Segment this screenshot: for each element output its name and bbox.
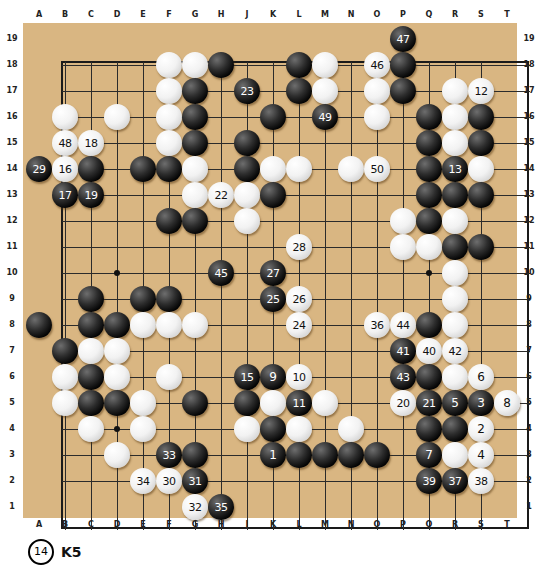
coord-label: 3	[4, 450, 20, 460]
stone-number: 32	[189, 502, 202, 513]
stone-M16[interactable]: 49	[312, 104, 338, 130]
stone-R5[interactable]: 5	[442, 390, 468, 416]
stone-M17[interactable]	[312, 78, 338, 104]
coord-label: S	[468, 520, 494, 530]
stone-B16[interactable]	[52, 104, 78, 130]
stone-S6[interactable]: 6	[468, 364, 494, 390]
stone-A14[interactable]: 29	[26, 156, 52, 182]
stone-O3[interactable]	[364, 442, 390, 468]
coord-label: F	[156, 520, 182, 530]
stone-C5[interactable]	[78, 390, 104, 416]
coord-label: E	[130, 10, 156, 20]
stone-number: 8	[503, 397, 511, 409]
stone-O16[interactable]	[364, 104, 390, 130]
stone-R15[interactable]	[442, 130, 468, 156]
stone-number: 31	[189, 476, 202, 487]
stone-J17[interactable]: 23	[234, 78, 260, 104]
stone-Q6[interactable]	[416, 364, 442, 390]
stone-number: 26	[293, 294, 306, 305]
coord-label: Q	[416, 520, 442, 530]
stone-number: 47	[397, 34, 410, 45]
coord-label: M	[312, 10, 338, 20]
stone-P8[interactable]: 44	[390, 312, 416, 338]
stone-K3[interactable]: 1	[260, 442, 286, 468]
stone-L17[interactable]	[286, 78, 312, 104]
stone-R6[interactable]	[442, 364, 468, 390]
coord-label: 17	[521, 86, 537, 96]
stone-P5[interactable]: 20	[390, 390, 416, 416]
coord-label: G	[182, 10, 208, 20]
stone-number: 4	[477, 449, 485, 461]
stone-number: 42	[449, 346, 462, 357]
stone-S5[interactable]: 3	[468, 390, 494, 416]
stone-B5[interactable]	[52, 390, 78, 416]
stone-S4[interactable]: 2	[468, 416, 494, 442]
stone-R14[interactable]: 13	[442, 156, 468, 182]
stone-J6[interactable]: 15	[234, 364, 260, 390]
stone-B6[interactable]	[52, 364, 78, 390]
stone-number: 9	[269, 371, 277, 383]
stone-number: 21	[423, 398, 436, 409]
stone-F2[interactable]: 30	[156, 468, 182, 494]
stone-F15[interactable]	[156, 130, 182, 156]
stone-E14[interactable]	[130, 156, 156, 182]
stone-O17[interactable]	[364, 78, 390, 104]
stone-Q12[interactable]	[416, 208, 442, 234]
stone-R10[interactable]	[442, 260, 468, 286]
stone-S2[interactable]: 38	[468, 468, 494, 494]
stone-L18[interactable]	[286, 52, 312, 78]
stone-E4[interactable]	[130, 416, 156, 442]
coord-label: 6	[4, 372, 20, 382]
coord-label: 3	[521, 450, 537, 460]
coord-label: T	[494, 10, 520, 20]
coord-label: C	[78, 520, 104, 530]
stone-L5[interactable]: 11	[286, 390, 312, 416]
stone-R2[interactable]: 37	[442, 468, 468, 494]
stone-number: 7	[425, 449, 433, 461]
stone-F16[interactable]	[156, 104, 182, 130]
stone-S15[interactable]	[468, 130, 494, 156]
coord-label: 13	[4, 190, 20, 200]
stone-K6[interactable]: 9	[260, 364, 286, 390]
stone-O14[interactable]: 50	[364, 156, 390, 182]
coord-label: R	[442, 520, 468, 530]
stone-C6[interactable]	[78, 364, 104, 390]
coord-label: 4	[4, 424, 20, 434]
coord-label: 1	[521, 502, 537, 512]
stone-B15[interactable]: 48	[52, 130, 78, 156]
stone-number: 10	[293, 372, 306, 383]
stone-B7[interactable]	[52, 338, 78, 364]
stone-number: 15	[241, 372, 254, 383]
stone-J4[interactable]	[234, 416, 260, 442]
stone-N3[interactable]	[338, 442, 364, 468]
stone-number: 43	[397, 372, 410, 383]
stone-G16[interactable]	[182, 104, 208, 130]
stone-K14[interactable]	[260, 156, 286, 182]
stone-R4[interactable]	[442, 416, 468, 442]
stone-O8[interactable]: 36	[364, 312, 390, 338]
stone-K10[interactable]: 27	[260, 260, 286, 286]
coord-label: 19	[4, 34, 20, 44]
stone-J13[interactable]	[234, 182, 260, 208]
stone-D6[interactable]	[104, 364, 130, 390]
coord-label: 8	[521, 320, 537, 330]
coord-label: C	[78, 10, 104, 20]
stone-number: 29	[33, 164, 46, 175]
coord-label: 12	[521, 216, 537, 226]
coord-label: R	[442, 10, 468, 20]
coord-label: J	[234, 10, 260, 20]
stone-C15[interactable]: 18	[78, 130, 104, 156]
coord-label: H	[208, 520, 234, 530]
stone-P6[interactable]: 43	[390, 364, 416, 390]
stone-Q3[interactable]: 7	[416, 442, 442, 468]
stone-L11[interactable]: 28	[286, 234, 312, 260]
stone-E5[interactable]	[130, 390, 156, 416]
stone-C9[interactable]	[78, 286, 104, 312]
coord-label: 10	[521, 268, 537, 278]
stone-P19[interactable]: 47	[390, 26, 416, 52]
stone-number: 39	[423, 476, 436, 487]
coord-label: 7	[521, 346, 537, 356]
stone-number: 2	[477, 423, 485, 435]
stone-C14[interactable]	[78, 156, 104, 182]
coord-label: 17	[4, 86, 20, 96]
stone-S17[interactable]: 12	[468, 78, 494, 104]
stone-R13[interactable]	[442, 182, 468, 208]
stone-G17[interactable]	[182, 78, 208, 104]
stone-P12[interactable]	[390, 208, 416, 234]
coord-label: 7	[4, 346, 20, 356]
stone-C13[interactable]: 19	[78, 182, 104, 208]
stone-N4[interactable]	[338, 416, 364, 442]
coord-label: 9	[521, 294, 537, 304]
stone-M18[interactable]	[312, 52, 338, 78]
stone-G12[interactable]	[182, 208, 208, 234]
stone-Q11[interactable]	[416, 234, 442, 260]
stone-number: 33	[163, 450, 176, 461]
stone-Q7[interactable]: 40	[416, 338, 442, 364]
stone-number: 45	[215, 268, 228, 279]
stone-H1[interactable]: 35	[208, 494, 234, 520]
stone-L6[interactable]: 10	[286, 364, 312, 390]
stone-P7[interactable]: 41	[390, 338, 416, 364]
stone-J14[interactable]	[234, 156, 260, 182]
stone-F18[interactable]	[156, 52, 182, 78]
coord-label: 16	[4, 112, 20, 122]
stone-number: 25	[267, 294, 280, 305]
coord-label: 13	[521, 190, 537, 200]
stone-L3[interactable]	[286, 442, 312, 468]
coord-label: L	[286, 10, 312, 20]
stone-number: 18	[85, 138, 98, 149]
stone-number: 49	[319, 112, 332, 123]
stone-number: 11	[293, 398, 306, 409]
coord-label: 10	[4, 268, 20, 278]
stone-C4[interactable]	[78, 416, 104, 442]
stone-H10[interactable]: 45	[208, 260, 234, 286]
stone-R9[interactable]	[442, 286, 468, 312]
coord-label: N	[338, 520, 364, 530]
coord-label: E	[130, 520, 156, 530]
stone-R3[interactable]	[442, 442, 468, 468]
stone-D5[interactable]	[104, 390, 130, 416]
stone-number: 38	[475, 476, 488, 487]
stone-K13[interactable]	[260, 182, 286, 208]
stone-G18[interactable]	[182, 52, 208, 78]
stone-number: 30	[163, 476, 176, 487]
coord-label: 18	[521, 60, 537, 70]
stone-D16[interactable]	[104, 104, 130, 130]
coord-label: K	[260, 10, 286, 20]
stone-G3[interactable]	[182, 442, 208, 468]
coord-label: 11	[4, 242, 20, 252]
coord-label: K	[260, 520, 286, 530]
coord-label: 2	[521, 476, 537, 486]
stone-K16[interactable]	[260, 104, 286, 130]
coord-label: G	[182, 520, 208, 530]
stone-A8[interactable]	[26, 312, 52, 338]
stone-E8[interactable]	[130, 312, 156, 338]
stone-S3[interactable]: 4	[468, 442, 494, 468]
stone-Q16[interactable]	[416, 104, 442, 130]
stone-G14[interactable]	[182, 156, 208, 182]
stone-number: 41	[397, 346, 410, 357]
stone-F3[interactable]: 33	[156, 442, 182, 468]
stone-S16[interactable]	[468, 104, 494, 130]
stone-O18[interactable]: 46	[364, 52, 390, 78]
coord-label: 8	[4, 320, 20, 330]
stone-L14[interactable]	[286, 156, 312, 182]
coord-label: 9	[4, 294, 20, 304]
stone-number: 40	[423, 346, 436, 357]
stone-S14[interactable]	[468, 156, 494, 182]
stone-E9[interactable]	[130, 286, 156, 312]
stone-D7[interactable]	[104, 338, 130, 364]
stone-Q5[interactable]: 21	[416, 390, 442, 416]
stone-G1[interactable]: 32	[182, 494, 208, 520]
stone-F14[interactable]	[156, 156, 182, 182]
stone-number: 23	[241, 86, 254, 97]
coord-label: A	[26, 520, 52, 530]
stone-number: 13	[449, 164, 462, 175]
caption-point-label: K5	[61, 544, 82, 560]
stone-number: 36	[371, 320, 384, 331]
stone-Q14[interactable]	[416, 156, 442, 182]
caption-move-circle: 14	[28, 539, 54, 565]
stone-P11[interactable]	[390, 234, 416, 260]
stone-number: 6	[477, 371, 485, 383]
stone-Q4[interactable]	[416, 416, 442, 442]
stone-G15[interactable]	[182, 130, 208, 156]
stone-T5[interactable]: 8	[494, 390, 520, 416]
stone-R11[interactable]	[442, 234, 468, 260]
stone-number: 17	[59, 190, 72, 201]
coord-label: P	[390, 520, 416, 530]
coord-label: B	[52, 10, 78, 20]
coord-label: 19	[521, 34, 537, 44]
stone-K4[interactable]	[260, 416, 286, 442]
coord-label: 16	[521, 112, 537, 122]
stone-number: 12	[475, 86, 488, 97]
stone-J5[interactable]	[234, 390, 260, 416]
stone-number: 35	[215, 502, 228, 513]
stone-L8[interactable]: 24	[286, 312, 312, 338]
stone-K9[interactable]: 25	[260, 286, 286, 312]
coord-label: 12	[4, 216, 20, 226]
stone-G13[interactable]	[182, 182, 208, 208]
stone-number: 22	[215, 190, 228, 201]
stone-number: 28	[293, 242, 306, 253]
stone-S13[interactable]	[468, 182, 494, 208]
coord-label: H	[208, 10, 234, 20]
stone-F9[interactable]	[156, 286, 182, 312]
coord-label: 18	[4, 60, 20, 70]
coord-label: N	[338, 10, 364, 20]
stone-D8[interactable]	[104, 312, 130, 338]
stone-R12[interactable]	[442, 208, 468, 234]
coord-label: 14	[4, 164, 20, 174]
coord-label: S	[468, 10, 494, 20]
coord-label: 14	[521, 164, 537, 174]
coord-label: A	[26, 10, 52, 20]
stone-P18[interactable]	[390, 52, 416, 78]
stone-number: 5	[451, 397, 459, 409]
coord-label: 11	[521, 242, 537, 252]
stone-G2[interactable]: 31	[182, 468, 208, 494]
go-diagram: 4746231249481829165013171922284527252624…	[0, 0, 540, 578]
stone-Q15[interactable]	[416, 130, 442, 156]
coord-label: 4	[521, 424, 537, 434]
stone-F6[interactable]	[156, 364, 182, 390]
coord-label: Q	[416, 10, 442, 20]
coord-label: 15	[521, 138, 537, 148]
stone-number: 27	[267, 268, 280, 279]
stone-number: 16	[59, 164, 72, 175]
coord-label: J	[234, 520, 260, 530]
coord-label: O	[364, 520, 390, 530]
stone-number: 24	[293, 320, 306, 331]
stone-number: 1	[269, 449, 277, 461]
coord-label: 15	[4, 138, 20, 148]
stone-F8[interactable]	[156, 312, 182, 338]
stone-M3[interactable]	[312, 442, 338, 468]
stone-J15[interactable]	[234, 130, 260, 156]
coord-label: 1	[4, 502, 20, 512]
stone-number: 19	[85, 190, 98, 201]
coord-label: D	[104, 10, 130, 20]
stone-R17[interactable]	[442, 78, 468, 104]
stone-B13[interactable]: 17	[52, 182, 78, 208]
stone-M5[interactable]	[312, 390, 338, 416]
coord-label: B	[52, 520, 78, 530]
stone-G8[interactable]	[182, 312, 208, 338]
stone-number: 20	[397, 398, 410, 409]
coord-label: 5	[4, 398, 20, 408]
caption: 14 K5	[28, 539, 82, 564]
stone-F17[interactable]	[156, 78, 182, 104]
stone-C8[interactable]	[78, 312, 104, 338]
coord-label: 6	[521, 372, 537, 382]
stone-number: 48	[59, 138, 72, 149]
stone-R16[interactable]	[442, 104, 468, 130]
stone-D3[interactable]	[104, 442, 130, 468]
stone-H13[interactable]: 22	[208, 182, 234, 208]
coord-label: P	[390, 10, 416, 20]
stone-F12[interactable]	[156, 208, 182, 234]
stone-H18[interactable]	[208, 52, 234, 78]
coord-label: M	[312, 520, 338, 530]
coord-label: 5	[521, 398, 537, 408]
stone-Q8[interactable]	[416, 312, 442, 338]
stone-N14[interactable]	[338, 156, 364, 182]
stone-B14[interactable]: 16	[52, 156, 78, 182]
stone-number: 37	[449, 476, 462, 487]
stone-L4[interactable]	[286, 416, 312, 442]
coord-label: F	[156, 10, 182, 20]
stone-R7[interactable]: 42	[442, 338, 468, 364]
stone-G5[interactable]	[182, 390, 208, 416]
stone-K5[interactable]	[260, 390, 286, 416]
coord-label: T	[494, 520, 520, 530]
coord-label: L	[286, 520, 312, 530]
stones-layer: 4746231249481829165013171922284527252624…	[26, 26, 520, 520]
stone-number: 34	[137, 476, 150, 487]
stone-E2[interactable]: 34	[130, 468, 156, 494]
stone-number: 50	[371, 164, 384, 175]
stone-Q2[interactable]: 39	[416, 468, 442, 494]
stone-number: 46	[371, 60, 384, 71]
stone-number: 3	[477, 397, 485, 409]
stone-S11[interactable]	[468, 234, 494, 260]
stone-L9[interactable]: 26	[286, 286, 312, 312]
stone-P17[interactable]	[390, 78, 416, 104]
stone-R8[interactable]	[442, 312, 468, 338]
stone-C7[interactable]	[78, 338, 104, 364]
coord-label: D	[104, 520, 130, 530]
coord-label: 2	[4, 476, 20, 486]
coord-label: O	[364, 10, 390, 20]
stone-number: 44	[397, 320, 410, 331]
stone-Q13[interactable]	[416, 182, 442, 208]
stone-J12[interactable]	[234, 208, 260, 234]
